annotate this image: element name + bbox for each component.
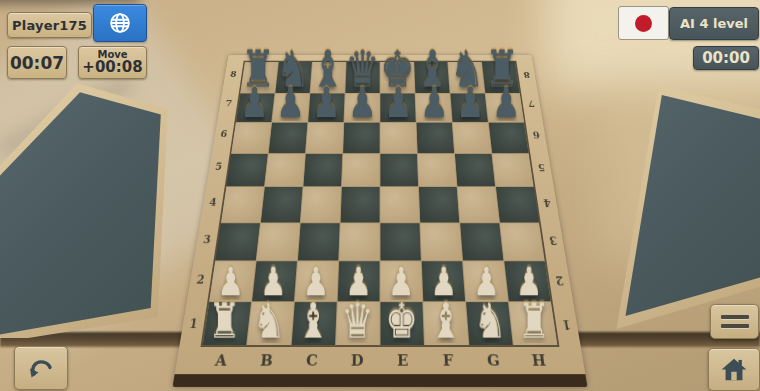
menu-button[interactable]: [710, 304, 759, 339]
file-label-f: F: [425, 351, 471, 370]
square-h3[interactable]: [500, 223, 545, 260]
menu-icon: [721, 315, 749, 328]
square-e4[interactable]: [380, 187, 419, 222]
square-g4[interactable]: [457, 187, 499, 222]
square-b6[interactable]: [269, 123, 308, 153]
square-a6[interactable]: [231, 123, 271, 153]
black-pawn[interactable]: ♟: [384, 82, 412, 123]
square-c4[interactable]: [301, 187, 341, 222]
board-grid: ♜♞♝♛♚♝♞♜♟♟♟♟♟♟♟♟♟♟♟♟♟♟♟♟♜♞♝♛♚♝♞♜: [201, 61, 560, 347]
square-d7[interactable]: ♟: [344, 94, 379, 123]
black-pawn[interactable]: ♟: [240, 82, 268, 123]
file-label-c: C: [289, 351, 335, 370]
square-f7[interactable]: ♟: [415, 94, 451, 123]
square-f5[interactable]: [418, 154, 457, 187]
ai-level-badge: AI 4 level: [669, 7, 759, 40]
square-g1[interactable]: ♞: [466, 302, 513, 345]
square-d1[interactable]: ♛: [336, 302, 379, 345]
white-clock-value: 00:07: [10, 53, 64, 73]
captured-pieces-tray-left: [0, 78, 182, 338]
square-b4[interactable]: [261, 187, 303, 222]
square-h6[interactable]: [489, 123, 529, 153]
square-c3[interactable]: [298, 223, 340, 260]
file-label-h: H: [515, 351, 563, 370]
square-g5[interactable]: [455, 154, 495, 187]
language-globe-button[interactable]: [93, 4, 147, 42]
square-b3[interactable]: [257, 223, 300, 260]
black-pawn[interactable]: ♟: [492, 82, 520, 123]
white-clock: 00:07: [7, 46, 67, 79]
square-h5[interactable]: [492, 154, 533, 187]
square-g6[interactable]: [453, 123, 492, 153]
square-h4[interactable]: [496, 187, 539, 222]
white-queen[interactable]: ♛: [342, 297, 375, 345]
square-e6[interactable]: [380, 123, 416, 153]
black-clock: 00:00: [693, 46, 759, 70]
board-plane: ♜♞♝♛♚♝♞♜♟♟♟♟♟♟♟♟♟♟♟♟♟♟♟♟♜♞♝♛♚♝♞♜ ABCDEFG…: [173, 55, 588, 387]
square-f4[interactable]: [419, 187, 459, 222]
white-bishop[interactable]: ♝: [297, 297, 330, 345]
rank-label-7-right: 7: [521, 89, 541, 119]
square-b5[interactable]: [265, 154, 305, 187]
move-increment-value: +00:08: [82, 60, 142, 75]
undo-arrow-icon: [27, 355, 55, 381]
square-e3[interactable]: [380, 223, 420, 260]
game-screen: { "game": "chess", "position": { "fen": …: [0, 0, 760, 391]
globe-icon: [107, 10, 133, 36]
undo-button[interactable]: [14, 346, 68, 390]
file-labels: ABCDEFGH: [196, 347, 563, 374]
file-label-a: A: [197, 351, 245, 370]
chess-board: ♜♞♝♛♚♝♞♜♟♟♟♟♟♟♟♟♟♟♟♟♟♟♟♟♜♞♝♛♚♝♞♜ ABCDEFG…: [173, 0, 588, 387]
square-h1[interactable]: ♜: [509, 302, 557, 345]
japan-flag-icon: [635, 15, 652, 32]
file-label-e: E: [380, 351, 426, 370]
file-label-d: D: [334, 351, 380, 370]
square-d5[interactable]: [342, 154, 380, 187]
board-frame: ♜♞♝♛♚♝♞♜♟♟♟♟♟♟♟♟♟♟♟♟♟♟♟♟♜♞♝♛♚♝♞♜ ABCDEFG…: [173, 55, 588, 387]
square-c5[interactable]: [303, 154, 342, 187]
rank-label-8-right: 8: [517, 61, 536, 89]
square-d3[interactable]: [339, 223, 379, 260]
square-g3[interactable]: [460, 223, 503, 260]
black-clock-value: 00:00: [702, 49, 750, 67]
player-name: Player175: [7, 12, 92, 38]
white-rook[interactable]: ♜: [518, 297, 551, 345]
tray-surface: [578, 78, 760, 338]
square-h7[interactable]: ♟: [485, 94, 524, 123]
player-name-label: Player175: [12, 18, 87, 33]
black-pawn[interactable]: ♟: [420, 82, 448, 123]
white-knight[interactable]: ♞: [474, 297, 507, 345]
square-a4[interactable]: [221, 187, 264, 222]
square-d4[interactable]: [341, 187, 380, 222]
captured-pieces-tray-right: [578, 78, 760, 338]
square-g7[interactable]: ♟: [450, 94, 487, 123]
black-pawn[interactable]: ♟: [348, 82, 376, 123]
file-label-b: B: [243, 351, 290, 370]
move-increment-box: Move +00:08: [78, 46, 147, 79]
opponent-flag: [618, 6, 669, 40]
rank-label-6-right: 6: [526, 119, 547, 151]
square-e5[interactable]: [380, 154, 418, 187]
black-pawn[interactable]: ♟: [456, 82, 484, 123]
square-e1[interactable]: ♚: [380, 302, 423, 345]
square-f6[interactable]: [417, 123, 455, 153]
square-a7[interactable]: ♟: [236, 94, 275, 123]
square-a5[interactable]: [226, 154, 267, 187]
home-icon: [720, 356, 748, 383]
square-b1[interactable]: ♞: [247, 302, 294, 345]
square-d6[interactable]: [343, 123, 379, 153]
square-f1[interactable]: ♝: [423, 302, 468, 345]
white-king[interactable]: ♚: [386, 297, 419, 345]
white-bishop[interactable]: ♝: [430, 297, 463, 345]
square-c1[interactable]: ♝: [292, 302, 337, 345]
black-pawn[interactable]: ♟: [276, 82, 304, 123]
square-e7[interactable]: ♟: [380, 94, 415, 123]
square-c6[interactable]: [306, 123, 344, 153]
white-rook[interactable]: ♜: [209, 297, 242, 345]
square-c7[interactable]: ♟: [308, 94, 344, 123]
square-a3[interactable]: [215, 223, 260, 260]
white-knight[interactable]: ♞: [253, 297, 286, 345]
square-a1[interactable]: ♜: [203, 302, 251, 345]
ai-level-label: AI 4 level: [680, 16, 748, 31]
file-label-g: G: [470, 351, 517, 370]
square-f3[interactable]: [420, 223, 462, 260]
black-pawn[interactable]: ♟: [312, 82, 340, 123]
square-b7[interactable]: ♟: [272, 94, 309, 123]
home-button[interactable]: [708, 348, 760, 391]
